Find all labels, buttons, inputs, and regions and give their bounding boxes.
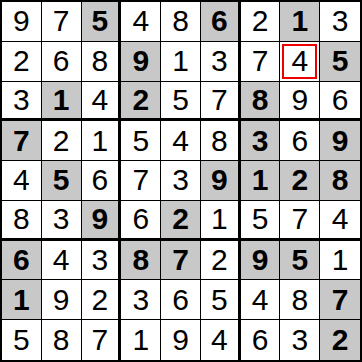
cell-r7c1[interactable]: 6: [2, 241, 42, 281]
cell-r3c6[interactable]: 7: [201, 82, 241, 122]
cell-r1c7[interactable]: 2: [241, 2, 281, 42]
cell-r9c6[interactable]: 4: [201, 320, 241, 360]
cell-r6c4[interactable]: 6: [121, 201, 161, 241]
cell-r1c3[interactable]: 5: [82, 2, 122, 42]
cell-r8c3[interactable]: 2: [82, 280, 122, 320]
cell-r9c9[interactable]: 2: [320, 320, 360, 360]
cell-r9c2[interactable]: 8: [42, 320, 82, 360]
cell-r6c7[interactable]: 5: [241, 201, 281, 241]
cell-r3c4[interactable]: 2: [121, 82, 161, 122]
cell-r2c5[interactable]: 1: [161, 42, 201, 82]
cell-r5c8[interactable]: 2: [280, 161, 320, 201]
cell-r4c3[interactable]: 1: [82, 121, 122, 161]
cell-r6c2[interactable]: 3: [42, 201, 82, 241]
cell-r8c2[interactable]: 9: [42, 280, 82, 320]
cell-r1c8[interactable]: 1: [280, 2, 320, 42]
cell-r7c5[interactable]: 7: [161, 241, 201, 281]
cell-r9c7[interactable]: 6: [241, 320, 281, 360]
cell-r3c7[interactable]: 8: [241, 82, 281, 122]
cell-r5c7[interactable]: 1: [241, 161, 281, 201]
cell-r4c2[interactable]: 2: [42, 121, 82, 161]
cell-r9c5[interactable]: 9: [161, 320, 201, 360]
cell-r5c3[interactable]: 6: [82, 161, 122, 201]
cell-r9c8[interactable]: 3: [280, 320, 320, 360]
cell-r2c3[interactable]: 8: [82, 42, 122, 82]
cell-r2c6[interactable]: 3: [201, 42, 241, 82]
cell-r3c1[interactable]: 3: [2, 82, 42, 122]
cell-r1c6[interactable]: 6: [201, 2, 241, 42]
cell-r7c7[interactable]: 9: [241, 241, 281, 281]
cell-r2c2[interactable]: 6: [42, 42, 82, 82]
cell-r8c9[interactable]: 7: [320, 280, 360, 320]
cell-r4c8[interactable]: 6: [280, 121, 320, 161]
cell-r3c3[interactable]: 4: [82, 82, 122, 122]
cell-r4c9[interactable]: 9: [320, 121, 360, 161]
cell-r9c3[interactable]: 7: [82, 320, 122, 360]
cell-r3c5[interactable]: 5: [161, 82, 201, 122]
cell-r6c9[interactable]: 4: [320, 201, 360, 241]
cell-r5c4[interactable]: 7: [121, 161, 161, 201]
cell-r2c1[interactable]: 2: [2, 42, 42, 82]
cell-r2c8[interactable]: 4: [280, 42, 320, 82]
cell-r5c9[interactable]: 8: [320, 161, 360, 201]
cell-r8c4[interactable]: 3: [121, 280, 161, 320]
cell-r4c6[interactable]: 8: [201, 121, 241, 161]
cell-r2c9[interactable]: 5: [320, 42, 360, 82]
cell-r7c9[interactable]: 1: [320, 241, 360, 281]
cell-r8c7[interactable]: 4: [241, 280, 281, 320]
cell-r8c1[interactable]: 1: [2, 280, 42, 320]
cell-r6c8[interactable]: 7: [280, 201, 320, 241]
cell-r2c4[interactable]: 9: [121, 42, 161, 82]
cell-r4c5[interactable]: 4: [161, 121, 201, 161]
cell-r8c5[interactable]: 6: [161, 280, 201, 320]
selected-cell-highlight: [282, 44, 317, 79]
cell-r7c3[interactable]: 3: [82, 241, 122, 281]
cell-r7c2[interactable]: 4: [42, 241, 82, 281]
cell-r1c1[interactable]: 9: [2, 2, 42, 42]
cell-r9c1[interactable]: 5: [2, 320, 42, 360]
cell-r6c5[interactable]: 2: [161, 201, 201, 241]
cell-r9c4[interactable]: 1: [121, 320, 161, 360]
cell-r1c2[interactable]: 7: [42, 2, 82, 42]
cell-r5c1[interactable]: 4: [2, 161, 42, 201]
cell-r4c4[interactable]: 5: [121, 121, 161, 161]
cell-r2c7[interactable]: 7: [241, 42, 281, 82]
cell-r6c3[interactable]: 9: [82, 201, 122, 241]
cell-r5c6[interactable]: 9: [201, 161, 241, 201]
cell-r5c2[interactable]: 5: [42, 161, 82, 201]
cell-r5c5[interactable]: 3: [161, 161, 201, 201]
cell-r1c9[interactable]: 3: [320, 2, 360, 42]
cell-r8c8[interactable]: 8: [280, 280, 320, 320]
cell-r1c5[interactable]: 8: [161, 2, 201, 42]
cell-r6c6[interactable]: 1: [201, 201, 241, 241]
cell-r1c4[interactable]: 4: [121, 2, 161, 42]
cell-r4c7[interactable]: 3: [241, 121, 281, 161]
cell-r8c6[interactable]: 5: [201, 280, 241, 320]
sudoku-board: 9754862132689137453142578967215483694567…: [0, 0, 362, 362]
cell-r7c6[interactable]: 2: [201, 241, 241, 281]
cell-r7c4[interactable]: 8: [121, 241, 161, 281]
cell-r3c9[interactable]: 6: [320, 82, 360, 122]
cell-r3c2[interactable]: 1: [42, 82, 82, 122]
cell-r7c8[interactable]: 5: [280, 241, 320, 281]
cell-r6c1[interactable]: 8: [2, 201, 42, 241]
cell-r4c1[interactable]: 7: [2, 121, 42, 161]
cell-r3c8[interactable]: 9: [280, 82, 320, 122]
sudoku-app: 9754862132689137453142578967215483694567…: [0, 0, 362, 362]
